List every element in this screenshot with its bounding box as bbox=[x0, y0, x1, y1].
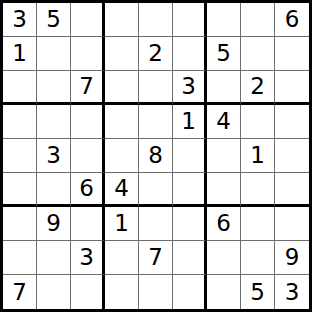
cell-r1c8[interactable] bbox=[241, 3, 275, 37]
cell-r3c2[interactable] bbox=[37, 71, 71, 105]
cell-r5c4[interactable] bbox=[105, 139, 139, 173]
cell-r5c9[interactable] bbox=[275, 139, 309, 173]
cell-r8c9[interactable]: 9 bbox=[275, 241, 309, 275]
cell-r9c6[interactable] bbox=[173, 275, 207, 309]
cell-r2c9[interactable] bbox=[275, 37, 309, 71]
cell-r1c6[interactable] bbox=[173, 3, 207, 37]
cell-r5c5[interactable]: 8 bbox=[139, 139, 173, 173]
cell-r2c2[interactable] bbox=[37, 37, 71, 71]
cell-r6c4[interactable]: 4 bbox=[105, 173, 139, 207]
cell-r8c7[interactable] bbox=[207, 241, 241, 275]
cell-r8c8[interactable] bbox=[241, 241, 275, 275]
cell-r8c1[interactable] bbox=[3, 241, 37, 275]
cell-r6c5[interactable] bbox=[139, 173, 173, 207]
cell-r7c5[interactable] bbox=[139, 207, 173, 241]
cell-r4c3[interactable] bbox=[71, 105, 105, 139]
cell-r7c4[interactable]: 1 bbox=[105, 207, 139, 241]
cell-r7c8[interactable] bbox=[241, 207, 275, 241]
cell-r8c4[interactable] bbox=[105, 241, 139, 275]
cell-r6c8[interactable] bbox=[241, 173, 275, 207]
cell-r4c9[interactable] bbox=[275, 105, 309, 139]
cell-r8c3[interactable]: 3 bbox=[71, 241, 105, 275]
cell-r3c4[interactable] bbox=[105, 71, 139, 105]
cell-r5c6[interactable] bbox=[173, 139, 207, 173]
cell-r1c7[interactable] bbox=[207, 3, 241, 37]
cell-r1c3[interactable] bbox=[71, 3, 105, 37]
cell-r4c1[interactable] bbox=[3, 105, 37, 139]
cell-r9c8[interactable]: 5 bbox=[241, 275, 275, 309]
cell-r1c2[interactable]: 5 bbox=[37, 3, 71, 37]
cell-r1c9[interactable]: 6 bbox=[275, 3, 309, 37]
cell-r2c6[interactable] bbox=[173, 37, 207, 71]
cell-r3c8[interactable]: 2 bbox=[241, 71, 275, 105]
cell-r5c7[interactable] bbox=[207, 139, 241, 173]
cell-r3c7[interactable] bbox=[207, 71, 241, 105]
cell-r2c5[interactable]: 2 bbox=[139, 37, 173, 71]
cell-r7c6[interactable] bbox=[173, 207, 207, 241]
cell-r9c1[interactable]: 7 bbox=[3, 275, 37, 309]
cell-r2c7[interactable]: 5 bbox=[207, 37, 241, 71]
cell-r4c6[interactable]: 1 bbox=[173, 105, 207, 139]
cell-r6c7[interactable] bbox=[207, 173, 241, 207]
cell-r9c2[interactable] bbox=[37, 275, 71, 309]
cell-r1c5[interactable] bbox=[139, 3, 173, 37]
cell-r3c5[interactable] bbox=[139, 71, 173, 105]
cell-r4c7[interactable]: 4 bbox=[207, 105, 241, 139]
cell-r6c2[interactable] bbox=[37, 173, 71, 207]
cell-r6c9[interactable] bbox=[275, 173, 309, 207]
cell-r1c4[interactable] bbox=[105, 3, 139, 37]
cell-r8c5[interactable]: 7 bbox=[139, 241, 173, 275]
cell-r9c5[interactable] bbox=[139, 275, 173, 309]
cell-r4c5[interactable] bbox=[139, 105, 173, 139]
cell-r6c3[interactable]: 6 bbox=[71, 173, 105, 207]
cell-r7c7[interactable]: 6 bbox=[207, 207, 241, 241]
cell-r9c3[interactable] bbox=[71, 275, 105, 309]
cell-r5c1[interactable] bbox=[3, 139, 37, 173]
cell-r5c3[interactable] bbox=[71, 139, 105, 173]
cell-r3c3[interactable]: 7 bbox=[71, 71, 105, 105]
cell-r7c9[interactable] bbox=[275, 207, 309, 241]
cell-r1c1[interactable]: 3 bbox=[3, 3, 37, 37]
cell-r6c1[interactable] bbox=[3, 173, 37, 207]
cell-r3c6[interactable]: 3 bbox=[173, 71, 207, 105]
cell-r4c2[interactable] bbox=[37, 105, 71, 139]
cell-r5c2[interactable]: 3 bbox=[37, 139, 71, 173]
cell-r5c8[interactable]: 1 bbox=[241, 139, 275, 173]
cell-r7c3[interactable] bbox=[71, 207, 105, 241]
cell-r3c9[interactable] bbox=[275, 71, 309, 105]
cell-r2c8[interactable] bbox=[241, 37, 275, 71]
cell-r3c1[interactable] bbox=[3, 71, 37, 105]
cell-r4c4[interactable] bbox=[105, 105, 139, 139]
cell-r2c1[interactable]: 1 bbox=[3, 37, 37, 71]
cell-r9c9[interactable]: 3 bbox=[275, 275, 309, 309]
cell-r8c2[interactable] bbox=[37, 241, 71, 275]
cell-r9c4[interactable] bbox=[105, 275, 139, 309]
cell-r4c8[interactable] bbox=[241, 105, 275, 139]
sudoku-board: 3561257321438164916379753 bbox=[0, 0, 312, 312]
cell-r9c7[interactable] bbox=[207, 275, 241, 309]
cell-r6c6[interactable] bbox=[173, 173, 207, 207]
cell-r8c6[interactable] bbox=[173, 241, 207, 275]
cell-r7c1[interactable] bbox=[3, 207, 37, 241]
cell-r7c2[interactable]: 9 bbox=[37, 207, 71, 241]
cell-r2c3[interactable] bbox=[71, 37, 105, 71]
cell-r2c4[interactable] bbox=[105, 37, 139, 71]
